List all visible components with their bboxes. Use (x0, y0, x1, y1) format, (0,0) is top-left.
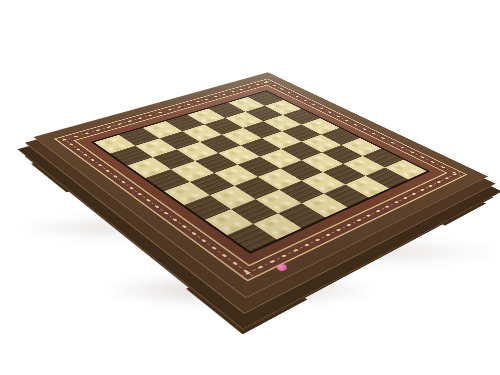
pink-edge-sticker (277, 264, 287, 271)
inlay-border (56, 79, 465, 279)
perspective-scene (34, 18, 467, 357)
photo-stage (34, 18, 467, 357)
pinstripe-outer (54, 79, 468, 282)
product-photo (0, 0, 500, 375)
board-top-face (33, 72, 488, 298)
chess-board (33, 72, 488, 298)
